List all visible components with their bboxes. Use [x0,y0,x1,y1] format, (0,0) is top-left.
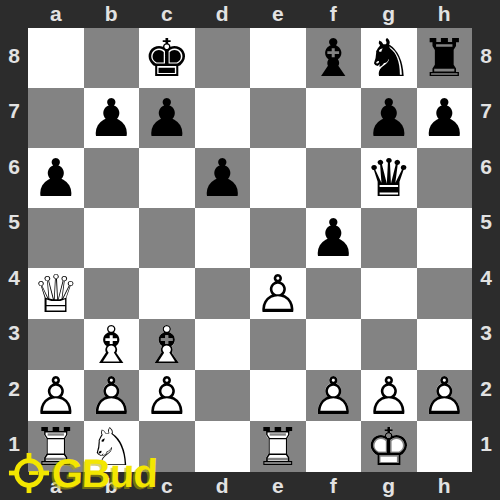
white-king-outline: ♔ [361,421,417,472]
square-d2[interactable] [195,370,251,421]
square-d1[interactable] [195,421,251,472]
file-label-a-top: a [28,0,84,28]
file-label-g-top: g [361,0,417,28]
square-f4[interactable] [306,268,362,319]
square-b1[interactable]: ♞♘ [84,421,140,472]
rank-label-6-left: 6 [0,139,28,195]
black-pawn[interactable]: ♟ [306,208,362,268]
white-rook-outline: ♖ [250,421,306,472]
square-b8[interactable] [84,28,140,88]
square-c5[interactable] [139,208,195,268]
square-e5[interactable] [250,208,306,268]
square-f6[interactable] [306,148,362,208]
black-bishop[interactable]: ♝ [306,28,362,88]
file-label-f-bottom: f [306,472,362,500]
white-pawn[interactable]: ♟♙ [84,370,140,421]
square-g6[interactable]: ♛ [361,148,417,208]
square-d7[interactable] [195,88,251,148]
square-f5[interactable]: ♟ [306,208,362,268]
white-pawn[interactable]: ♟♙ [306,370,362,421]
file-label-c-top: c [139,0,195,28]
white-bishop-outline: ♗ [84,319,140,370]
white-rook-outline: ♖ [28,421,84,472]
file-label-f-top: f [306,0,362,28]
white-pawn-outline: ♙ [361,370,417,421]
white-pawn[interactable]: ♟♙ [250,268,306,319]
square-g5[interactable] [361,208,417,268]
square-c7[interactable]: ♟ [139,88,195,148]
board: ♚♝♞♜♟♟♟♟♟♟♛♟♛♕♟♙♝♗♝♗♟♙♟♙♟♙♟♙♟♙♟♙♜♖♞♘♜♖♚♔ [28,28,472,472]
rank-label-3-right: 3 [472,306,500,362]
file-label-h-bottom: h [417,472,473,500]
square-b2[interactable]: ♟♙ [84,370,140,421]
square-a3[interactable] [28,319,84,370]
coords-left: 87654321 [0,28,28,472]
square-b4[interactable] [84,268,140,319]
square-c8[interactable]: ♚ [139,28,195,88]
white-pawn-outline: ♙ [28,370,84,421]
square-g8[interactable]: ♞ [361,28,417,88]
square-c4[interactable] [139,268,195,319]
square-d8[interactable] [195,28,251,88]
square-d4[interactable] [195,268,251,319]
white-king[interactable]: ♚♔ [361,421,417,472]
white-bishop[interactable]: ♝♗ [84,319,140,370]
rank-label-4-left: 4 [0,250,28,306]
square-h7[interactable]: ♟ [417,88,473,148]
white-knight[interactable]: ♞♘ [84,421,140,472]
black-rook[interactable]: ♜ [417,28,473,88]
rank-label-3-left: 3 [0,306,28,362]
rank-label-7-left: 7 [0,84,28,140]
rank-label-5-left: 5 [0,195,28,251]
coords-right: 87654321 [472,28,500,472]
square-a4[interactable]: ♛♕ [28,268,84,319]
square-h6[interactable] [417,148,473,208]
square-f3[interactable] [306,319,362,370]
white-knight-outline: ♘ [84,421,140,472]
rank-label-2-right: 2 [472,361,500,417]
square-c1[interactable] [139,421,195,472]
square-d6[interactable]: ♟ [195,148,251,208]
file-label-b-top: b [84,0,140,28]
square-e7[interactable] [250,88,306,148]
white-pawn-outline: ♙ [417,370,473,421]
square-h1[interactable] [417,421,473,472]
white-rook[interactable]: ♜♖ [250,421,306,472]
square-h3[interactable] [417,319,473,370]
square-c2[interactable]: ♟♙ [139,370,195,421]
square-h2[interactable]: ♟♙ [417,370,473,421]
white-pawn[interactable]: ♟♙ [361,370,417,421]
white-pawn[interactable]: ♟♙ [417,370,473,421]
square-b6[interactable] [84,148,140,208]
white-queen[interactable]: ♛♕ [28,268,84,319]
square-e1[interactable]: ♜♖ [250,421,306,472]
white-queen-outline: ♕ [28,268,84,319]
rank-label-8-right: 8 [472,28,500,84]
square-a5[interactable] [28,208,84,268]
square-e4[interactable]: ♟♙ [250,268,306,319]
file-label-c-bottom: c [139,472,195,500]
square-g1[interactable]: ♚♔ [361,421,417,472]
square-g4[interactable] [361,268,417,319]
rank-label-6-right: 6 [472,139,500,195]
black-knight[interactable]: ♞ [361,28,417,88]
square-f1[interactable] [306,421,362,472]
white-pawn-outline: ♙ [84,370,140,421]
coords-top: abcdefgh [28,0,472,28]
black-pawn[interactable]: ♟ [361,88,417,148]
rank-label-7-right: 7 [472,84,500,140]
rank-label-4-right: 4 [472,250,500,306]
white-bishop[interactable]: ♝♗ [139,319,195,370]
square-c6[interactable] [139,148,195,208]
black-pawn[interactable]: ♟ [28,148,84,208]
square-a1[interactable]: ♜♖ [28,421,84,472]
black-queen[interactable]: ♛ [361,148,417,208]
square-d5[interactable] [195,208,251,268]
file-label-d-bottom: d [195,472,251,500]
white-pawn-outline: ♙ [139,370,195,421]
square-c3[interactable]: ♝♗ [139,319,195,370]
square-b5[interactable] [84,208,140,268]
white-bishop-outline: ♗ [139,319,195,370]
black-pawn[interactable]: ♟ [84,88,140,148]
square-a8[interactable] [28,28,84,88]
white-pawn[interactable]: ♟♙ [28,370,84,421]
square-e6[interactable] [250,148,306,208]
square-a7[interactable] [28,88,84,148]
square-f7[interactable] [306,88,362,148]
square-h8[interactable]: ♜ [417,28,473,88]
square-e3[interactable] [250,319,306,370]
file-label-d-top: d [195,0,251,28]
square-a2[interactable]: ♟♙ [28,370,84,421]
square-f2[interactable]: ♟♙ [306,370,362,421]
square-b7[interactable]: ♟ [84,88,140,148]
rank-label-2-left: 2 [0,361,28,417]
square-a6[interactable]: ♟ [28,148,84,208]
white-pawn[interactable]: ♟♙ [139,370,195,421]
square-g3[interactable] [361,319,417,370]
black-pawn[interactable]: ♟ [139,88,195,148]
white-pawn-outline: ♙ [306,370,362,421]
white-rook[interactable]: ♜♖ [28,421,84,472]
rank-label-5-right: 5 [472,195,500,251]
square-f8[interactable]: ♝ [306,28,362,88]
black-pawn[interactable]: ♟ [195,148,251,208]
black-pawn[interactable]: ♟ [417,88,473,148]
square-h4[interactable] [417,268,473,319]
square-e2[interactable] [250,370,306,421]
file-label-e-top: e [250,0,306,28]
rank-label-1-right: 1 [472,417,500,473]
square-g2[interactable]: ♟♙ [361,370,417,421]
rank-label-1-left: 1 [0,417,28,473]
square-e8[interactable] [250,28,306,88]
chessboard-frame: abcdefgh abcdefgh 87654321 87654321 ♚♝♞♜… [0,0,500,500]
square-d3[interactable] [195,319,251,370]
black-king[interactable]: ♚ [139,28,195,88]
file-label-h-top: h [417,0,473,28]
white-pawn-outline: ♙ [250,268,306,319]
rank-label-8-left: 8 [0,28,28,84]
square-b3[interactable]: ♝♗ [84,319,140,370]
square-h5[interactable] [417,208,473,268]
square-g7[interactable]: ♟ [361,88,417,148]
